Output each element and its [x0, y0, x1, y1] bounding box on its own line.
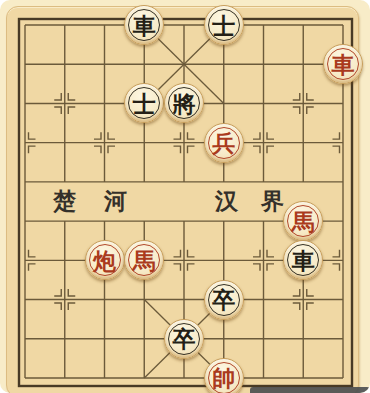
piece-glyph: 馬 [133, 249, 156, 272]
river-label-left: 楚河 [53, 188, 155, 214]
piece-glyph: 士 [133, 92, 156, 115]
piece-glyph: 卒 [212, 289, 235, 312]
piece-black-soldier[interactable]: 卒 [204, 280, 244, 320]
piece-red-general[interactable]: 帥 [204, 358, 244, 393]
piece-glyph: 將 [173, 92, 196, 115]
piece-red-chariot[interactable]: 車 [323, 44, 363, 84]
piece-red-cannon[interactable]: 炮 [85, 240, 125, 280]
watermark [250, 387, 370, 393]
piece-glyph: 帥 [212, 367, 235, 390]
piece-glyph: 士 [212, 14, 235, 37]
xiangqi-board[interactable]: 楚河 汉界 車士車士將兵馬炮馬車卒卒帥 [0, 0, 370, 393]
piece-glyph: 卒 [173, 328, 196, 351]
piece-glyph: 馬 [292, 210, 315, 233]
piece-black-chariot[interactable]: 車 [124, 5, 164, 45]
piece-black-advisor[interactable]: 士 [204, 5, 244, 45]
piece-glyph: 兵 [212, 132, 235, 155]
piece-glyph: 車 [332, 53, 355, 76]
piece-red-soldier[interactable]: 兵 [204, 123, 244, 163]
piece-glyph: 車 [133, 14, 156, 37]
piece-glyph: 車 [292, 249, 315, 272]
piece-glyph: 炮 [93, 249, 116, 272]
piece-black-soldier[interactable]: 卒 [164, 319, 204, 359]
